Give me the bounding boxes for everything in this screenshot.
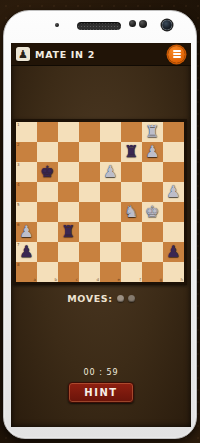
page-title: MATE IN 2 [35,49,95,60]
square-g4[interactable]: ♚ [142,202,163,222]
square-h8[interactable] [163,122,184,142]
square-b1[interactable]: b [37,262,58,282]
square-b3[interactable] [37,222,58,242]
earpiece-speaker [77,22,121,30]
hamburger-menu-icon [173,50,181,52]
white-pawn[interactable]: ♟ [142,142,163,162]
white-rook[interactable]: ♜ [142,122,163,142]
hint-button[interactable]: HINT [68,382,134,403]
square-e8[interactable] [100,122,121,142]
square-a3[interactable]: 6♟ [16,222,37,242]
square-h5[interactable]: ♟ [163,182,184,202]
square-f3[interactable] [121,222,142,242]
square-h6[interactable] [163,162,184,182]
square-h3[interactable] [163,222,184,242]
countdown-timer: 00 : 59 [11,368,191,377]
black-rook[interactable]: ♜ [58,222,79,242]
black-pawn[interactable]: ♟ [16,242,37,262]
white-pawn[interactable]: ♟ [100,162,121,182]
square-g5[interactable] [142,182,163,202]
file-label: d [96,277,99,282]
square-c2[interactable] [58,242,79,262]
proximity-sensor-icon [55,23,59,27]
square-c5[interactable] [58,182,79,202]
square-a2[interactable]: 7♟ [16,242,37,262]
white-pawn[interactable]: ♟ [16,222,37,242]
rank-label: 2 [17,142,20,147]
sensor-dot-icon [129,20,136,27]
square-e3[interactable] [100,222,121,242]
square-b4[interactable] [37,202,58,222]
square-a1[interactable]: 8a [16,262,37,282]
chess-board[interactable]: 1♜2♜♟3♚♟4♟5♞♚6♟♜7♟♟8abcdefgh [16,122,184,282]
square-b5[interactable] [37,182,58,202]
file-label: e [118,277,120,282]
square-a6[interactable]: 3 [16,162,37,182]
white-king[interactable]: ♚ [142,202,163,222]
square-a8[interactable]: 1 [16,122,37,142]
square-g2[interactable] [142,242,163,262]
square-h1[interactable]: h [163,262,184,282]
move-dot [128,295,135,302]
hamburger-menu-icon [173,53,181,55]
white-knight[interactable]: ♞ [121,202,142,222]
rank-label: 4 [17,182,20,187]
move-dot [117,295,124,302]
square-b7[interactable] [37,142,58,162]
square-b8[interactable] [37,122,58,142]
file-label: b [54,277,57,282]
square-f6[interactable] [121,162,142,182]
square-b2[interactable] [37,242,58,262]
black-king[interactable]: ♚ [37,162,58,182]
app-header: ♟ MATE IN 2 [11,43,191,66]
square-c3[interactable]: ♜ [58,222,79,242]
file-label: f [140,277,141,282]
rank-label: 5 [17,202,20,207]
moves-dots [117,295,135,302]
square-c6[interactable] [58,162,79,182]
moves-indicator: MOVES: [11,293,191,304]
square-a5[interactable]: 4 [16,182,37,202]
square-f7[interactable]: ♜ [121,142,142,162]
file-label: a [34,277,36,282]
side-to-move-badge: ♟ [16,47,30,61]
square-f4[interactable]: ♞ [121,202,142,222]
square-f1[interactable]: f [121,262,142,282]
square-g1[interactable]: g [142,262,163,282]
sensor-dot-icon [139,20,147,28]
square-c4[interactable] [58,202,79,222]
square-e1[interactable]: e [100,262,121,282]
square-h7[interactable] [163,142,184,162]
square-e4[interactable] [100,202,121,222]
square-d3[interactable] [79,222,100,242]
square-a7[interactable]: 2 [16,142,37,162]
white-pawn[interactable]: ♟ [163,182,184,202]
square-e6[interactable]: ♟ [100,162,121,182]
square-d1[interactable]: d [79,262,100,282]
square-d6[interactable] [79,162,100,182]
phone-frame: ♟ MATE IN 2 1♜2♜♟3♚♟4♟5♞♚6♟♜7♟♟8abcdefgh… [3,10,197,439]
hamburger-menu-icon [173,56,181,58]
black-rook[interactable]: ♜ [121,142,142,162]
rank-label: 8 [17,262,20,267]
square-e2[interactable] [100,242,121,262]
square-c8[interactable] [58,122,79,142]
file-label: c [76,277,78,282]
square-f2[interactable] [121,242,142,262]
chess-board-frame: 1♜2♜♟3♚♟4♟5♞♚6♟♜7♟♟8abcdefgh [13,119,187,285]
square-f8[interactable] [121,122,142,142]
square-d5[interactable] [79,182,100,202]
square-h4[interactable] [163,202,184,222]
square-f5[interactable] [121,182,142,202]
square-d4[interactable] [79,202,100,222]
square-g8[interactable]: ♜ [142,122,163,142]
file-label: g [159,277,162,282]
square-e7[interactable] [100,142,121,162]
square-c1[interactable]: c [58,262,79,282]
square-b6[interactable]: ♚ [37,162,58,182]
square-d2[interactable] [79,242,100,262]
rank-label: 1 [17,122,20,127]
front-camera-icon [162,20,172,30]
rank-label: 3 [17,162,20,167]
square-h2[interactable]: ♟ [163,242,184,262]
menu-button[interactable] [168,46,185,63]
background: ♟ MATE IN 2 1♜2♜♟3♚♟4♟5♞♚6♟♜7♟♟8abcdefgh… [0,0,200,443]
black-pawn-icon: ♟ [18,49,28,60]
square-d7[interactable] [79,142,100,162]
screen: ♟ MATE IN 2 1♜2♜♟3♚♟4♟5♞♚6♟♜7♟♟8abcdefgh… [11,43,191,427]
square-g7[interactable]: ♟ [142,142,163,162]
file-label: h [180,277,183,282]
square-d8[interactable] [79,122,100,142]
black-pawn[interactable]: ♟ [163,242,184,262]
moves-label: MOVES: [67,293,112,304]
square-e5[interactable] [100,182,121,202]
square-g3[interactable] [142,222,163,242]
square-c7[interactable] [58,142,79,162]
square-a4[interactable]: 5 [16,202,37,222]
square-g6[interactable] [142,162,163,182]
